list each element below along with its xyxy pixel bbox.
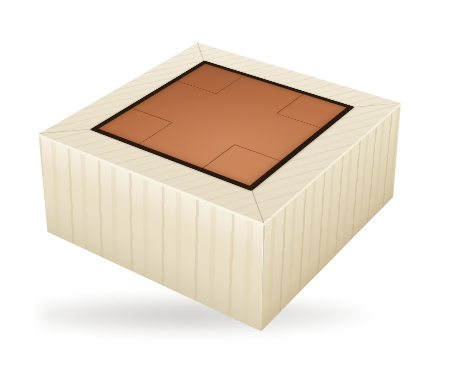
- board-surface: [99, 64, 347, 186]
- board-corner-seam: [202, 144, 280, 185]
- product-photo-marble-solitaire: [0, 0, 450, 372]
- rim-mitre-joint: [197, 42, 205, 62]
- rim-mitre-joint: [251, 189, 265, 223]
- solitaire-wooden-box: [39, 42, 401, 223]
- board-corner-seam: [276, 94, 346, 128]
- rim-mitre-joint: [39, 129, 94, 134]
- board-corner-seam: [99, 108, 173, 144]
- rim-mitre-joint: [351, 103, 401, 108]
- board-corner-seam: [177, 64, 244, 94]
